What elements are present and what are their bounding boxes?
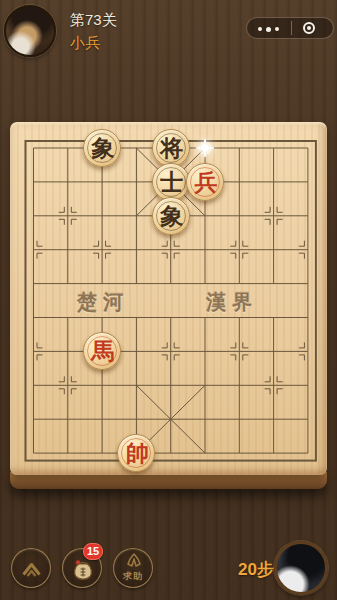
- piece-glyph: 兵: [187, 164, 225, 201]
- level-title: 第73关: [70, 11, 117, 30]
- miniprogram-capsule: [246, 17, 334, 39]
- piece-glyph: 士: [153, 164, 191, 201]
- level-subtitle: 小兵: [70, 34, 100, 53]
- piece-glyph: 馬: [84, 333, 122, 370]
- piece-glyph: 帥: [118, 435, 156, 472]
- piece-red-兵[interactable]: 兵: [186, 163, 224, 201]
- capsule-divider: [291, 21, 292, 35]
- hint-count-badge: 15: [83, 543, 103, 560]
- move-highlight-sparkle: [200, 143, 210, 153]
- ask-help-button[interactable]: 求助: [113, 548, 153, 588]
- more-menu-icon[interactable]: [266, 27, 271, 32]
- piece-black-象[interactable]: 象: [83, 129, 121, 167]
- chevron-up-icon: [12, 549, 52, 589]
- piece-red-馬[interactable]: 馬: [83, 332, 121, 370]
- piece-black-士[interactable]: 士: [152, 163, 190, 201]
- help-label: 求助: [114, 570, 152, 583]
- piece-red-帥[interactable]: 帥: [117, 434, 155, 472]
- more-menu-icon[interactable]: [275, 27, 279, 31]
- collapse-button[interactable]: [11, 548, 51, 588]
- more-menu-icon[interactable]: [258, 27, 262, 31]
- piece-glyph: 象: [153, 198, 191, 235]
- exit-circle-icon[interactable]: [303, 22, 315, 34]
- piece-black-象[interactable]: 象: [152, 197, 190, 235]
- piece-glyph: 将: [153, 130, 191, 167]
- piece-black-将[interactable]: 将: [152, 129, 190, 167]
- board-panel[interactable]: 楚河 漢界 象将士兵象馬帥: [10, 122, 327, 475]
- opponent-avatar[interactable]: [274, 541, 328, 595]
- player-avatar[interactable]: [4, 5, 56, 57]
- piece-glyph: 象: [84, 130, 122, 167]
